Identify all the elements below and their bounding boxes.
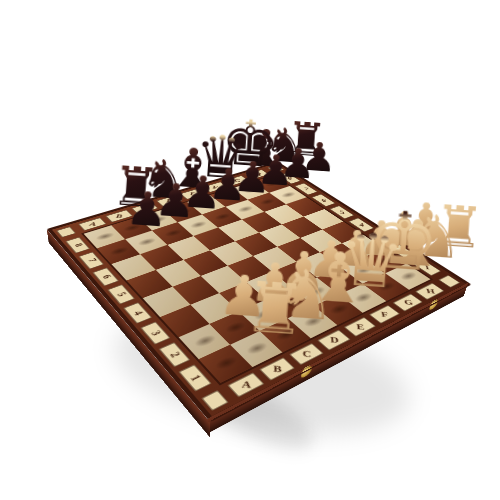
piece-shadow bbox=[132, 235, 161, 249]
brass-clasp-icon bbox=[429, 299, 439, 311]
rank-label-6-left: 6 bbox=[92, 267, 119, 286]
rank-label-3-left: 3 bbox=[140, 321, 170, 344]
rank-label-4-left: 4 bbox=[123, 302, 152, 324]
rank-label-7-left: 7 bbox=[78, 252, 104, 270]
piece-shadow bbox=[188, 330, 223, 351]
chess-board: ♜♞♝♛♚♝♞♜♟♟♟♟♟♟♟♟♟♟♟♟♟♟♟♟♜♞♝♛♚♝♞♜ AABBCCD… bbox=[47, 161, 472, 422]
dark-pawn[interactable]: ♟ bbox=[124, 185, 169, 234]
rank-label-5-left: 5 bbox=[107, 284, 135, 304]
piece-shadow bbox=[90, 230, 120, 244]
piece-shadow bbox=[208, 352, 244, 375]
corner-plaque-0 bbox=[56, 227, 76, 238]
chess-set-photo: ♜♞♝♛♚♝♞♜♟♟♟♟♟♟♟♟♟♟♟♟♟♟♟♟♜♞♝♛♚♝♞♜ AABBCCD… bbox=[0, 0, 500, 500]
file-label-f-near: F bbox=[369, 305, 400, 324]
file-label-e-near: E bbox=[344, 317, 376, 337]
rank-label-8-left: 8 bbox=[65, 237, 90, 253]
light-rook[interactable]: ♜ bbox=[241, 272, 308, 346]
brass-clasp-icon bbox=[301, 365, 313, 379]
corner-plaque-1 bbox=[201, 390, 229, 411]
